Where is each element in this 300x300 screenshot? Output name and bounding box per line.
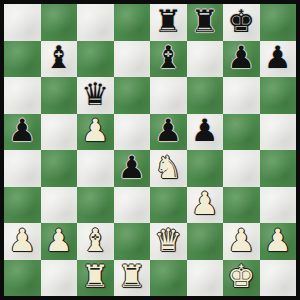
piece-white-rook[interactable]: ♜ <box>118 261 146 294</box>
square-b6[interactable] <box>41 77 78 114</box>
square-h2[interactable]: ♟ <box>260 223 297 260</box>
board-frame: ♜♜♚♝♝♟♟♛♟♟♟♟♟♞♟♟♟♝♛♟♟♜♜♚ <box>0 0 300 300</box>
square-d4[interactable]: ♟ <box>114 150 151 187</box>
piece-white-pawn[interactable]: ♟ <box>81 115 109 148</box>
square-c8[interactable] <box>77 4 114 41</box>
square-h5[interactable] <box>260 114 297 151</box>
square-a6[interactable] <box>4 77 41 114</box>
piece-white-pawn[interactable]: ♟ <box>8 225 36 258</box>
square-h1[interactable] <box>260 260 297 297</box>
square-b2[interactable]: ♟ <box>41 223 78 260</box>
square-f1[interactable] <box>187 260 224 297</box>
square-d6[interactable] <box>114 77 151 114</box>
square-f4[interactable] <box>187 150 224 187</box>
square-g1[interactable]: ♚ <box>223 260 260 297</box>
square-e5[interactable]: ♟ <box>150 114 187 151</box>
piece-white-queen[interactable]: ♛ <box>154 225 182 258</box>
square-c4[interactable] <box>77 150 114 187</box>
square-c3[interactable] <box>77 187 114 224</box>
square-a1[interactable] <box>4 260 41 297</box>
square-d3[interactable] <box>114 187 151 224</box>
square-a3[interactable] <box>4 187 41 224</box>
square-a4[interactable] <box>4 150 41 187</box>
square-h3[interactable] <box>260 187 297 224</box>
square-f8[interactable]: ♜ <box>187 4 224 41</box>
square-f2[interactable] <box>187 223 224 260</box>
piece-white-pawn[interactable]: ♟ <box>191 188 219 221</box>
piece-black-pawn[interactable]: ♟ <box>8 115 36 148</box>
square-g5[interactable] <box>223 114 260 151</box>
piece-black-pawn[interactable]: ♟ <box>118 152 146 185</box>
square-a7[interactable] <box>4 41 41 78</box>
square-h4[interactable] <box>260 150 297 187</box>
square-e6[interactable] <box>150 77 187 114</box>
square-e8[interactable]: ♜ <box>150 4 187 41</box>
square-e3[interactable] <box>150 187 187 224</box>
piece-black-queen[interactable]: ♛ <box>81 79 109 112</box>
square-e7[interactable]: ♝ <box>150 41 187 78</box>
piece-black-king[interactable]: ♚ <box>227 6 255 39</box>
piece-black-rook[interactable]: ♜ <box>154 6 182 39</box>
piece-white-pawn[interactable]: ♟ <box>264 225 292 258</box>
square-h8[interactable] <box>260 4 297 41</box>
square-b8[interactable] <box>41 4 78 41</box>
square-g7[interactable]: ♟ <box>223 41 260 78</box>
square-d2[interactable] <box>114 223 151 260</box>
square-d7[interactable] <box>114 41 151 78</box>
square-e4[interactable]: ♞ <box>150 150 187 187</box>
square-e1[interactable] <box>150 260 187 297</box>
square-b3[interactable] <box>41 187 78 224</box>
square-g6[interactable] <box>223 77 260 114</box>
piece-black-rook[interactable]: ♜ <box>191 6 219 39</box>
square-g8[interactable]: ♚ <box>223 4 260 41</box>
square-f3[interactable]: ♟ <box>187 187 224 224</box>
square-b4[interactable] <box>41 150 78 187</box>
piece-black-pawn[interactable]: ♟ <box>264 42 292 75</box>
piece-white-king[interactable]: ♚ <box>227 261 255 294</box>
square-d5[interactable] <box>114 114 151 151</box>
square-f7[interactable] <box>187 41 224 78</box>
piece-black-bishop[interactable]: ♝ <box>154 42 182 75</box>
chess-board: ♜♜♚♝♝♟♟♛♟♟♟♟♟♞♟♟♟♝♛♟♟♜♜♚ <box>4 4 296 296</box>
square-d8[interactable] <box>114 4 151 41</box>
square-b1[interactable] <box>41 260 78 297</box>
square-a2[interactable]: ♟ <box>4 223 41 260</box>
square-e2[interactable]: ♛ <box>150 223 187 260</box>
square-h7[interactable]: ♟ <box>260 41 297 78</box>
piece-black-pawn[interactable]: ♟ <box>227 42 255 75</box>
square-d1[interactable]: ♜ <box>114 260 151 297</box>
square-g4[interactable] <box>223 150 260 187</box>
square-b7[interactable]: ♝ <box>41 41 78 78</box>
square-c5[interactable]: ♟ <box>77 114 114 151</box>
square-b5[interactable] <box>41 114 78 151</box>
square-c7[interactable] <box>77 41 114 78</box>
piece-white-pawn[interactable]: ♟ <box>45 225 73 258</box>
square-c6[interactable]: ♛ <box>77 77 114 114</box>
piece-white-knight[interactable]: ♞ <box>154 152 182 185</box>
square-g3[interactable] <box>223 187 260 224</box>
square-c2[interactable]: ♝ <box>77 223 114 260</box>
piece-white-bishop[interactable]: ♝ <box>81 225 109 258</box>
piece-black-pawn[interactable]: ♟ <box>154 115 182 148</box>
piece-black-pawn[interactable]: ♟ <box>191 115 219 148</box>
square-f5[interactable]: ♟ <box>187 114 224 151</box>
piece-white-rook[interactable]: ♜ <box>81 261 109 294</box>
piece-black-bishop[interactable]: ♝ <box>45 42 73 75</box>
piece-white-pawn[interactable]: ♟ <box>227 225 255 258</box>
square-f6[interactable] <box>187 77 224 114</box>
square-g2[interactable]: ♟ <box>223 223 260 260</box>
square-a5[interactable]: ♟ <box>4 114 41 151</box>
square-a8[interactable] <box>4 4 41 41</box>
square-h6[interactable] <box>260 77 297 114</box>
square-c1[interactable]: ♜ <box>77 260 114 297</box>
